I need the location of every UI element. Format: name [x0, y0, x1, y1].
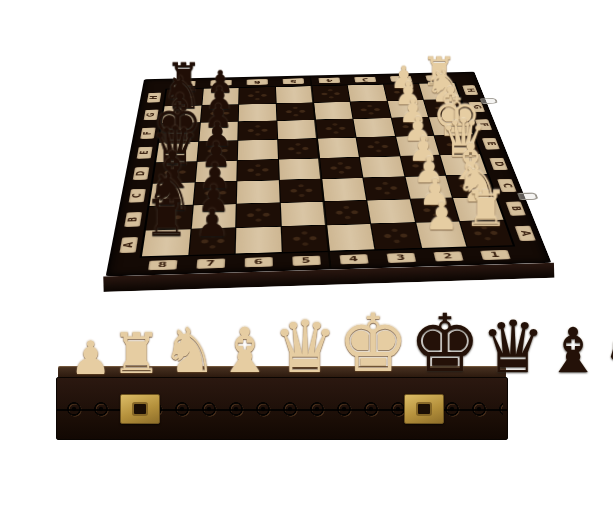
square-d6 [238, 159, 279, 181]
coord-label-right-a: A [514, 225, 535, 240]
chess-set-photo: 87654321 HGFEDCBA HGFEDCBA 87654321 ♜♟♟♜… [0, 0, 613, 514]
metal-latch-icon [480, 98, 498, 104]
coord-label-left-a: A [120, 237, 139, 253]
piece-white-rook-a1[interactable]: ♜ [464, 184, 508, 233]
square-a1: ♜ [461, 220, 513, 246]
square-e4 [317, 138, 359, 158]
piece-black-rook-a8[interactable]: ♜ [144, 193, 189, 243]
square-a7: ♟ [189, 228, 235, 255]
square-h6 [239, 87, 275, 104]
square-g6 [239, 104, 276, 122]
tray-piece-black-bishop[interactable]: ♝ [545, 325, 601, 378]
tray-piece-white-bishop[interactable]: ♝ [217, 325, 273, 378]
coord-label-right-b: B [505, 201, 525, 215]
square-d4 [320, 157, 363, 178]
coord-label-back-7: 7 [210, 80, 232, 86]
square-b6 [237, 203, 281, 228]
square-h3 [348, 85, 387, 102]
coord-label-back-6: 6 [246, 79, 267, 85]
square-a8: ♜ [142, 230, 190, 257]
coord-label-left-h: H [147, 92, 161, 102]
brass-clasp-icon [120, 394, 160, 424]
square-a5 [282, 226, 328, 252]
clasp-slot [134, 404, 146, 414]
square-b3 [367, 199, 414, 223]
coord-label-front-3: 3 [386, 253, 416, 263]
square-e6 [238, 140, 278, 160]
square-c6 [237, 180, 279, 203]
square-h5 [276, 86, 313, 103]
piece-black-pawn-a7[interactable]: ♟ [195, 203, 230, 241]
tray-piece-white-queen[interactable]: ♛ [273, 317, 338, 378]
square-d5 [279, 158, 321, 180]
square-a6 [236, 227, 282, 254]
chess-board: 87654321 HGFEDCBA HGFEDCBA 87654321 ♜♟♟♜… [129, 0, 509, 348]
square-a4 [327, 224, 375, 250]
coord-label-back-2: 2 [389, 76, 411, 82]
tray-piece-white-pawn[interactable]: ♟ [70, 339, 111, 378]
coord-label-left-b: B [124, 212, 142, 227]
coord-label-back-3: 3 [354, 77, 376, 83]
square-a3 [371, 223, 420, 249]
square-g3 [351, 101, 391, 119]
tray-piece-black-king[interactable]: ♚ [409, 310, 481, 378]
piece-white-pawn-a2[interactable]: ♟ [424, 197, 458, 235]
tray-piece-white-king[interactable]: ♚ [337, 310, 409, 378]
clasp-slot [418, 404, 430, 414]
tray-piece-white-knight[interactable]: ♞ [161, 325, 217, 378]
square-f6 [239, 121, 278, 140]
brass-clasp-icon [404, 394, 444, 424]
square-d3 [360, 156, 404, 177]
square-a2: ♟ [416, 222, 467, 248]
coord-label-back-4: 4 [318, 77, 340, 83]
square-h4 [312, 85, 350, 102]
square-g4 [314, 102, 353, 120]
board-3d: 87654321 HGFEDCBA HGFEDCBA 87654321 ♜♟♟♜… [106, 72, 552, 277]
tray-piece-black-knight[interactable]: ♞ [601, 325, 613, 378]
square-e3 [357, 137, 400, 157]
tray-piece-white-rook[interactable]: ♜ [111, 330, 161, 378]
square-e5 [278, 139, 318, 159]
coord-label-back-1: 1 [425, 75, 448, 81]
coord-label-back-5: 5 [282, 78, 303, 84]
coord-label-back-8: 8 [173, 81, 195, 87]
tray-piece-black-queen[interactable]: ♛ [481, 317, 546, 378]
